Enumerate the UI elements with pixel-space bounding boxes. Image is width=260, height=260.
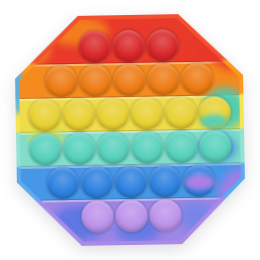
bubble-teal[interactable] — [63, 133, 96, 166]
bubble-orange[interactable] — [79, 64, 112, 97]
bubble-purple[interactable] — [115, 200, 148, 233]
rim-marble-blob — [25, 42, 40, 58]
bubble-blue[interactable] — [149, 165, 182, 198]
bubble-purple[interactable] — [149, 199, 182, 232]
bubble-yellow[interactable] — [130, 97, 163, 130]
bubble-red[interactable] — [112, 30, 145, 63]
bubble-teal[interactable] — [199, 130, 232, 163]
bubble-orange[interactable] — [147, 63, 180, 96]
bubble-orange[interactable] — [113, 64, 146, 97]
bubble-teal[interactable] — [131, 131, 164, 164]
bubble-teal[interactable] — [165, 131, 198, 164]
bubble-row-teal — [20, 129, 241, 167]
bubble-orange[interactable] — [181, 63, 214, 96]
bubble-row-orange — [19, 61, 240, 99]
toy-rim — [14, 13, 246, 247]
bubble-yellow[interactable] — [164, 97, 197, 130]
bubble-yellow[interactable] — [62, 99, 95, 132]
bubble-teal[interactable] — [97, 132, 130, 165]
bubble-blue[interactable] — [81, 166, 114, 199]
bubble-row-purple — [21, 197, 242, 243]
bubble-teal[interactable] — [29, 133, 62, 166]
bubble-yellow[interactable] — [96, 98, 129, 131]
bubble-row-red — [18, 17, 239, 65]
pop-it-toy — [14, 13, 246, 247]
toy-face — [18, 17, 242, 243]
bubble-blue[interactable] — [47, 167, 80, 200]
bubble-red[interactable] — [146, 29, 179, 62]
bubble-board — [18, 17, 242, 243]
photo-background — [0, 0, 260, 260]
bubble-yellow[interactable] — [28, 99, 61, 132]
bubble-blue[interactable] — [115, 166, 148, 199]
bubble-red[interactable] — [78, 30, 111, 63]
bubble-orange[interactable] — [45, 65, 78, 98]
bubble-row-yellow — [19, 95, 240, 133]
bubble-purple[interactable] — [81, 200, 114, 233]
